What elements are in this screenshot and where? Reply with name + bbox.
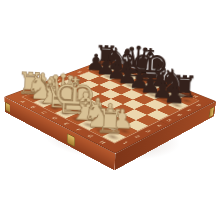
hinge-icon — [5, 102, 10, 114]
white-rook-h1[interactable]: ♜ — [83, 104, 138, 140]
hinge-icon — [209, 106, 215, 118]
chess-board: ABCDEFGH ABCDEFGH 87654321 87654321 ♜♞♝♛… — [4, 58, 216, 153]
scene: ABCDEFGH ABCDEFGH 87654321 87654321 ♜♞♝♛… — [0, 0, 220, 220]
latch-icon — [67, 133, 76, 148]
camera-tilt: ABCDEFGH ABCDEFGH 87654321 87654321 ♜♞♝♛… — [0, 0, 220, 220]
black-pawn-h7[interactable]: ♟ — [150, 81, 200, 107]
chess-set-photo: ABCDEFGH ABCDEFGH 87654321 87654321 ♜♞♝♛… — [0, 0, 220, 220]
